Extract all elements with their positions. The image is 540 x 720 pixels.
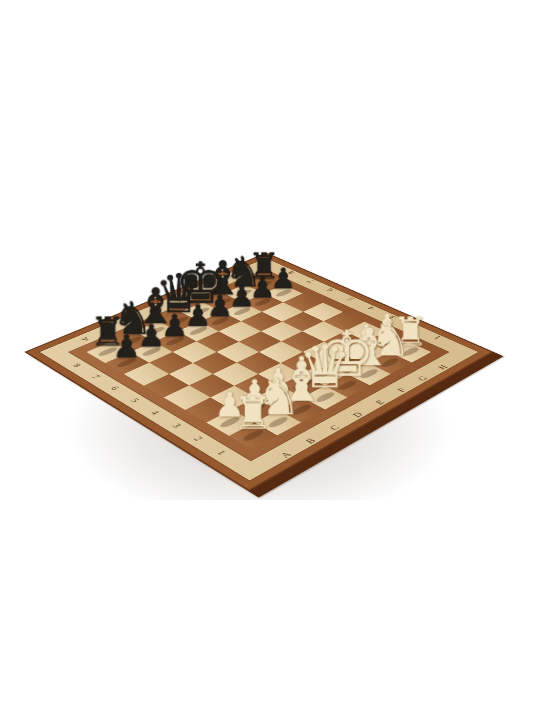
board-scene: AABBCCDDEEFFGGHH1122334455667788♜♞♝♛♚♝♞♜… bbox=[0, 0, 540, 720]
black-pawn-glyph: ♟ bbox=[81, 331, 172, 362]
white-rook-glyph: ♜ bbox=[202, 390, 303, 435]
chess-board: AABBCCDDEEFFGGHH1122334455667788♜♞♝♛♚♝♞♜… bbox=[24, 253, 494, 492]
product-photo-background: AABBCCDDEEFFGGHH1122334455667788♜♞♝♛♚♝♞♜… bbox=[0, 0, 540, 720]
